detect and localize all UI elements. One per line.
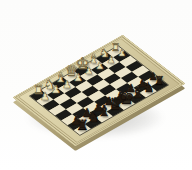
product-photo: ♜♞♝♛♚♝♞♜♟♟♟♟♟♟♟♟♟♟♟♟♟♟♟♟♜♞♝♛♚♝♞♜ (0, 0, 192, 170)
